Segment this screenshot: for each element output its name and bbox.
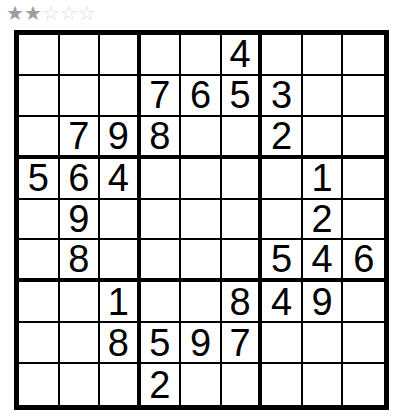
- cell-r3c1[interactable]: [19, 117, 60, 159]
- cell-r3c8[interactable]: [303, 117, 344, 159]
- cell-r3c2[interactable]: 7: [60, 117, 101, 159]
- cell-r1c6[interactable]: 4: [222, 35, 263, 76]
- cell-r4c9[interactable]: [343, 159, 384, 200]
- cell-r9c8[interactable]: [303, 364, 344, 405]
- cell-r6c4[interactable]: [141, 240, 182, 282]
- cell-r4c7[interactable]: [262, 159, 303, 200]
- cell-r7c7[interactable]: 4: [262, 282, 303, 323]
- cell-r8c3[interactable]: 8: [100, 323, 141, 364]
- cell-r5c9[interactable]: [343, 200, 384, 241]
- cell-r2c8[interactable]: [303, 76, 344, 117]
- cell-r4c3[interactable]: 4: [100, 159, 141, 200]
- cell-r4c1[interactable]: 5: [19, 159, 60, 200]
- cell-r1c8[interactable]: [303, 35, 344, 76]
- cell-r4c6[interactable]: [222, 159, 263, 200]
- cell-r2c9[interactable]: [343, 76, 384, 117]
- cell-r1c2[interactable]: [60, 35, 101, 76]
- cell-r9c4[interactable]: 2: [141, 364, 182, 405]
- cell-r3c3[interactable]: 9: [100, 117, 141, 159]
- cell-r2c1[interactable]: [19, 76, 60, 117]
- cell-r2c4[interactable]: 7: [141, 76, 182, 117]
- cell-r1c7[interactable]: [262, 35, 303, 76]
- cell-r2c5[interactable]: 6: [181, 76, 222, 117]
- cell-r3c5[interactable]: [181, 117, 222, 159]
- sudoku-board: 4765379825641928546184985972: [14, 30, 389, 410]
- cell-r9c7[interactable]: [262, 364, 303, 405]
- cell-r1c3[interactable]: [100, 35, 141, 76]
- cell-r3c6[interactable]: [222, 117, 263, 159]
- cell-r7c5[interactable]: [181, 282, 222, 323]
- cell-r5c4[interactable]: [141, 200, 182, 241]
- cell-r5c2[interactable]: 9: [60, 200, 101, 241]
- cell-r5c5[interactable]: [181, 200, 222, 241]
- cell-r4c4[interactable]: [141, 159, 182, 200]
- star-filled-icon: ★: [6, 0, 24, 26]
- cell-r8c5[interactable]: 9: [181, 323, 222, 364]
- cell-r6c7[interactable]: 5: [262, 240, 303, 282]
- cell-r3c9[interactable]: [343, 117, 384, 159]
- difficulty-rating: ★★☆☆☆: [6, 0, 96, 26]
- cell-r9c9[interactable]: [343, 364, 384, 405]
- cell-r5c6[interactable]: [222, 200, 263, 241]
- star-empty-icon: ☆: [42, 0, 60, 26]
- cell-r3c7[interactable]: 2: [262, 117, 303, 159]
- cell-r8c8[interactable]: [303, 323, 344, 364]
- cell-r8c4[interactable]: 5: [141, 323, 182, 364]
- star-empty-icon: ☆: [60, 0, 78, 26]
- cell-r6c9[interactable]: 6: [343, 240, 384, 282]
- cell-r7c1[interactable]: [19, 282, 60, 323]
- cell-r5c3[interactable]: [100, 200, 141, 241]
- cell-r5c7[interactable]: [262, 200, 303, 241]
- cell-r6c3[interactable]: [100, 240, 141, 282]
- cell-r9c3[interactable]: [100, 364, 141, 405]
- cell-r3c4[interactable]: 8: [141, 117, 182, 159]
- sudoku-page: ★★☆☆☆ 4765379825641928546184985972: [0, 0, 401, 419]
- cell-r1c5[interactable]: [181, 35, 222, 76]
- cell-r8c7[interactable]: [262, 323, 303, 364]
- cell-r6c1[interactable]: [19, 240, 60, 282]
- cell-r2c6[interactable]: 5: [222, 76, 263, 117]
- cell-r5c1[interactable]: [19, 200, 60, 241]
- cell-r7c2[interactable]: [60, 282, 101, 323]
- cell-r8c2[interactable]: [60, 323, 101, 364]
- cell-r4c8[interactable]: 1: [303, 159, 344, 200]
- cell-r6c8[interactable]: 4: [303, 240, 344, 282]
- cell-r8c9[interactable]: [343, 323, 384, 364]
- cell-r6c2[interactable]: 8: [60, 240, 101, 282]
- cell-r6c5[interactable]: [181, 240, 222, 282]
- cell-r9c5[interactable]: [181, 364, 222, 405]
- cell-r2c7[interactable]: 3: [262, 76, 303, 117]
- cell-r7c4[interactable]: [141, 282, 182, 323]
- star-empty-icon: ☆: [78, 0, 96, 26]
- cell-r9c6[interactable]: [222, 364, 263, 405]
- cell-r6c6[interactable]: [222, 240, 263, 282]
- cell-r2c3[interactable]: [100, 76, 141, 117]
- star-filled-icon: ★: [24, 0, 42, 26]
- cell-r2c2[interactable]: [60, 76, 101, 117]
- cell-r4c2[interactable]: 6: [60, 159, 101, 200]
- cell-r7c8[interactable]: 9: [303, 282, 344, 323]
- cell-r8c1[interactable]: [19, 323, 60, 364]
- cell-r8c6[interactable]: 7: [222, 323, 263, 364]
- cell-r7c3[interactable]: 1: [100, 282, 141, 323]
- cell-r1c9[interactable]: [343, 35, 384, 76]
- cell-r7c9[interactable]: [343, 282, 384, 323]
- cell-r1c4[interactable]: [141, 35, 182, 76]
- cell-r9c1[interactable]: [19, 364, 60, 405]
- cell-r1c1[interactable]: [19, 35, 60, 76]
- cell-r9c2[interactable]: [60, 364, 101, 405]
- cell-r7c6[interactable]: 8: [222, 282, 263, 323]
- cell-r5c8[interactable]: 2: [303, 200, 344, 241]
- cell-r4c5[interactable]: [181, 159, 222, 200]
